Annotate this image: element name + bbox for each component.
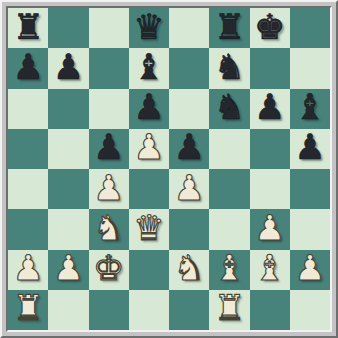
square-b3[interactable] <box>48 209 88 249</box>
square-a2[interactable]: ♟ <box>8 250 48 290</box>
piece-white-knight[interactable]: ♞ <box>173 251 204 286</box>
square-f4[interactable] <box>209 169 249 209</box>
piece-white-pawn[interactable]: ♟ <box>133 130 164 165</box>
square-g1[interactable] <box>250 290 290 330</box>
square-d6[interactable]: ♟ <box>129 89 169 129</box>
square-c8[interactable] <box>89 8 129 48</box>
square-d3[interactable]: ♛ <box>129 209 169 249</box>
piece-black-rook[interactable]: ♜ <box>214 10 245 45</box>
square-d1[interactable] <box>129 290 169 330</box>
square-a8[interactable]: ♜ <box>8 8 48 48</box>
square-f1[interactable]: ♜ <box>209 290 249 330</box>
piece-white-pawn[interactable]: ♟ <box>12 251 43 286</box>
square-f2[interactable]: ♝ <box>209 250 249 290</box>
square-a7[interactable]: ♟ <box>8 48 48 88</box>
piece-black-rook[interactable]: ♜ <box>12 10 43 45</box>
square-d4[interactable] <box>129 169 169 209</box>
piece-white-pawn[interactable]: ♟ <box>294 251 325 286</box>
square-a4[interactable] <box>8 169 48 209</box>
piece-white-knight[interactable]: ♞ <box>93 211 124 246</box>
piece-black-bishop[interactable]: ♝ <box>133 50 164 85</box>
piece-white-pawn[interactable]: ♟ <box>254 211 285 246</box>
piece-black-pawn[interactable]: ♟ <box>133 90 164 125</box>
piece-black-pawn[interactable]: ♟ <box>12 50 43 85</box>
square-e6[interactable] <box>169 89 209 129</box>
square-c7[interactable] <box>89 48 129 88</box>
square-h4[interactable] <box>290 169 330 209</box>
square-e2[interactable]: ♞ <box>169 250 209 290</box>
square-h7[interactable] <box>290 48 330 88</box>
piece-black-king[interactable]: ♚ <box>254 10 285 45</box>
square-f7[interactable]: ♞ <box>209 48 249 88</box>
square-h3[interactable] <box>290 209 330 249</box>
square-h8[interactable] <box>290 8 330 48</box>
square-e5[interactable]: ♟ <box>169 129 209 169</box>
square-b5[interactable] <box>48 129 88 169</box>
square-g7[interactable] <box>250 48 290 88</box>
piece-white-king[interactable]: ♚ <box>93 251 124 286</box>
square-b8[interactable] <box>48 8 88 48</box>
piece-white-pawn[interactable]: ♟ <box>93 171 124 206</box>
square-h5[interactable]: ♟ <box>290 129 330 169</box>
square-b1[interactable] <box>48 290 88 330</box>
square-e7[interactable] <box>169 48 209 88</box>
square-e1[interactable] <box>169 290 209 330</box>
piece-white-bishop[interactable]: ♝ <box>254 251 285 286</box>
piece-black-pawn[interactable]: ♟ <box>173 130 204 165</box>
square-c5[interactable]: ♟ <box>89 129 129 169</box>
piece-black-pawn[interactable]: ♟ <box>254 90 285 125</box>
square-c4[interactable]: ♟ <box>89 169 129 209</box>
square-d7[interactable]: ♝ <box>129 48 169 88</box>
piece-white-rook[interactable]: ♜ <box>214 291 245 326</box>
piece-black-pawn[interactable]: ♟ <box>93 130 124 165</box>
square-h1[interactable] <box>290 290 330 330</box>
square-g5[interactable] <box>250 129 290 169</box>
square-b2[interactable]: ♟ <box>48 250 88 290</box>
square-f5[interactable] <box>209 129 249 169</box>
square-c3[interactable]: ♞ <box>89 209 129 249</box>
piece-black-pawn[interactable]: ♟ <box>53 50 84 85</box>
square-g8[interactable]: ♚ <box>250 8 290 48</box>
piece-white-queen[interactable]: ♛ <box>133 211 164 246</box>
square-a3[interactable] <box>8 209 48 249</box>
square-h2[interactable]: ♟ <box>290 250 330 290</box>
piece-black-knight[interactable]: ♞ <box>214 50 245 85</box>
square-c1[interactable] <box>89 290 129 330</box>
square-f3[interactable] <box>209 209 249 249</box>
piece-white-pawn[interactable]: ♟ <box>53 251 84 286</box>
square-d8[interactable]: ♛ <box>129 8 169 48</box>
square-a1[interactable]: ♜ <box>8 290 48 330</box>
piece-white-pawn[interactable]: ♟ <box>173 171 204 206</box>
square-g6[interactable]: ♟ <box>250 89 290 129</box>
square-e4[interactable]: ♟ <box>169 169 209 209</box>
board-frame: ♜♛♜♚♟♟♝♞♟♞♟♝♟♟♟♟♟♟♞♛♟♟♟♚♞♝♝♟♜♜ <box>0 0 338 338</box>
square-f6[interactable]: ♞ <box>209 89 249 129</box>
square-b6[interactable] <box>48 89 88 129</box>
square-b7[interactable]: ♟ <box>48 48 88 88</box>
square-g2[interactable]: ♝ <box>250 250 290 290</box>
square-h6[interactable]: ♝ <box>290 89 330 129</box>
square-a6[interactable] <box>8 89 48 129</box>
piece-white-bishop[interactable]: ♝ <box>214 251 245 286</box>
square-c2[interactable]: ♚ <box>89 250 129 290</box>
square-g4[interactable] <box>250 169 290 209</box>
square-d2[interactable] <box>129 250 169 290</box>
square-a5[interactable] <box>8 129 48 169</box>
square-g3[interactable]: ♟ <box>250 209 290 249</box>
board-well: ♜♛♜♚♟♟♝♞♟♞♟♝♟♟♟♟♟♟♞♛♟♟♟♚♞♝♝♟♜♜ <box>6 6 332 332</box>
square-d5[interactable]: ♟ <box>129 129 169 169</box>
square-e3[interactable] <box>169 209 209 249</box>
chess-board: ♜♛♜♚♟♟♝♞♟♞♟♝♟♟♟♟♟♟♞♛♟♟♟♚♞♝♝♟♜♜ <box>8 8 330 330</box>
square-e8[interactable] <box>169 8 209 48</box>
square-b4[interactable] <box>48 169 88 209</box>
piece-white-rook[interactable]: ♜ <box>12 291 43 326</box>
piece-black-queen[interactable]: ♛ <box>133 10 164 45</box>
piece-black-pawn[interactable]: ♟ <box>294 130 325 165</box>
piece-black-bishop[interactable]: ♝ <box>294 90 325 125</box>
square-c6[interactable] <box>89 89 129 129</box>
square-f8[interactable]: ♜ <box>209 8 249 48</box>
piece-black-knight[interactable]: ♞ <box>214 90 245 125</box>
